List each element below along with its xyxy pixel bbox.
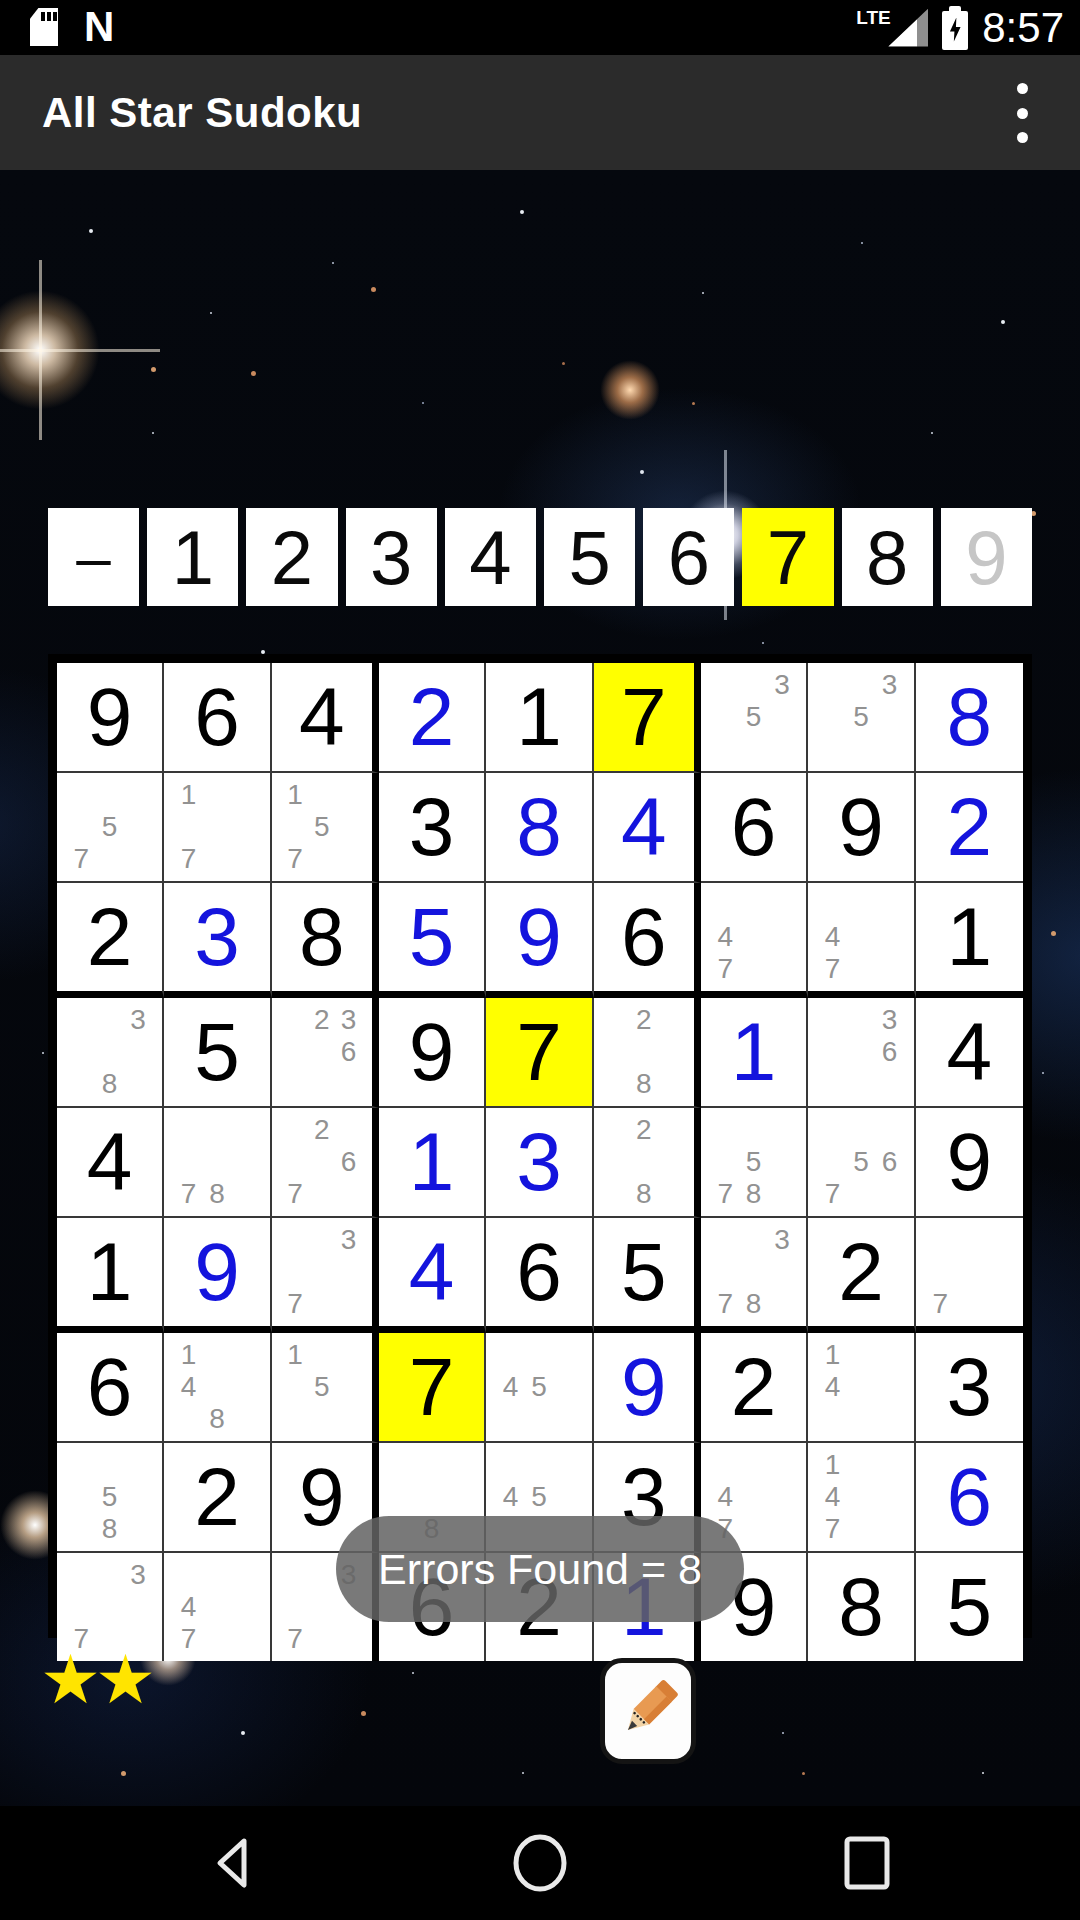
user-digit: 5 xyxy=(409,896,455,978)
given-digit: 2 xyxy=(194,1456,240,1538)
user-digit: 9 xyxy=(194,1231,240,1313)
pencil-mark: 1 xyxy=(818,1449,846,1481)
cell-r5c2[interactable]: 78 xyxy=(164,1108,271,1218)
pencil-mark: 7 xyxy=(174,843,202,875)
signal-icon: LTE xyxy=(856,7,928,49)
user-digit: 2 xyxy=(947,786,993,868)
cell-r4c5[interactable]: 7 xyxy=(486,998,593,1108)
pencil-mark: 6 xyxy=(335,1146,362,1178)
given-digit: 7 xyxy=(516,1011,562,1093)
cell-r6c8[interactable]: 2 xyxy=(808,1218,915,1333)
sudoku-board: 9642173535857171573846922385964747138523… xyxy=(48,654,1032,1638)
cell-r1c6[interactable]: 7 xyxy=(594,663,701,773)
cell-r5c9[interactable]: 9 xyxy=(916,1108,1023,1218)
cell-r1c2[interactable]: 6 xyxy=(164,663,271,773)
given-digit: 6 xyxy=(516,1231,562,1313)
cell-r3c4[interactable]: 5 xyxy=(379,883,486,998)
pencil-mode-button[interactable] xyxy=(600,1658,696,1764)
selector-erase[interactable]: – xyxy=(48,508,139,606)
cell-r7c2[interactable]: 148 xyxy=(164,1333,271,1443)
pencil-mark: 5 xyxy=(847,701,875,733)
pencil-mark: 4 xyxy=(496,1371,524,1403)
selector-digit-6[interactable]: 6 xyxy=(643,508,734,606)
user-digit: 2 xyxy=(409,676,455,758)
given-digit: 8 xyxy=(838,1566,884,1648)
selector-digit-5[interactable]: 5 xyxy=(544,508,635,606)
pencil-mark: 7 xyxy=(818,1178,846,1210)
cell-r2c5[interactable]: 8 xyxy=(486,773,593,883)
screen: N LTE 8:57 All Star Sudoku –1234 xyxy=(0,0,1080,1920)
cell-r7c4[interactable]: 7 xyxy=(379,1333,486,1443)
nougat-icon: N xyxy=(84,8,112,46)
pencil-mark: 4 xyxy=(496,1481,524,1513)
pencil-mark: 1 xyxy=(174,779,202,811)
pencil-mark: 7 xyxy=(174,1623,202,1655)
cell-r4c7[interactable]: 1 xyxy=(701,998,808,1108)
back-icon[interactable] xyxy=(208,1834,266,1892)
cell-r6c1[interactable]: 1 xyxy=(57,1218,164,1333)
given-digit: 9 xyxy=(838,786,884,868)
user-digit: 4 xyxy=(621,786,667,868)
cell-r2c8[interactable]: 9 xyxy=(808,773,915,883)
pencil-mark: 1 xyxy=(174,1339,202,1371)
status-bar-right: LTE 8:57 xyxy=(856,0,1064,55)
pencil-mark: 7 xyxy=(711,1178,739,1210)
pencil-mark: 6 xyxy=(875,1036,903,1068)
pencil-mark: 4 xyxy=(818,1481,846,1513)
pencil-mark: 3 xyxy=(124,1004,152,1036)
cell-r6c9[interactable]: 7 xyxy=(916,1218,1023,1333)
given-digit: 5 xyxy=(621,1231,667,1313)
selector-digit-9[interactable]: 9 xyxy=(941,508,1032,606)
cell-r8c1[interactable]: 58 xyxy=(57,1443,164,1553)
cell-r5c7[interactable]: 578 xyxy=(701,1108,808,1218)
selector-digit-8[interactable]: 8 xyxy=(842,508,933,606)
pencil-mark: 7 xyxy=(711,1288,739,1320)
cell-r3c9[interactable]: 1 xyxy=(916,883,1023,998)
pencil-mark: 7 xyxy=(282,1178,309,1210)
cell-r4c8[interactable]: 36 xyxy=(808,998,915,1108)
pencil-mark: 4 xyxy=(818,1371,846,1403)
clock: 8:57 xyxy=(982,4,1064,52)
network-type-label: LTE xyxy=(856,7,890,29)
toast-message: Errors Found = 8 xyxy=(336,1516,744,1622)
pencil-mark: 5 xyxy=(739,1146,767,1178)
given-digit: 2 xyxy=(87,896,133,978)
pencil-mark: 7 xyxy=(282,1288,309,1320)
cell-r1c1[interactable]: 9 xyxy=(57,663,164,773)
cell-r4c3[interactable]: 236 xyxy=(272,998,379,1108)
pencil-mark: 5 xyxy=(95,811,123,843)
user-digit: 3 xyxy=(516,1121,562,1203)
selector-digit-3[interactable]: 3 xyxy=(346,508,437,606)
selector-digit-7[interactable]: 7 xyxy=(742,508,833,606)
status-bar-left: N xyxy=(30,8,112,46)
pencil-mark: 7 xyxy=(282,843,309,875)
cell-r5c3[interactable]: 267 xyxy=(272,1108,379,1218)
pencil-mark: 3 xyxy=(335,1224,362,1256)
android-nav-bar xyxy=(0,1806,1080,1920)
recents-icon[interactable] xyxy=(838,1834,896,1892)
pencil-mark: 3 xyxy=(768,1224,796,1256)
cell-r7c9[interactable]: 3 xyxy=(916,1333,1023,1443)
pencil-mark: 5 xyxy=(308,1371,335,1403)
pencil-mark: 8 xyxy=(739,1178,767,1210)
cell-r7c6[interactable]: 9 xyxy=(594,1333,701,1443)
given-digit: 6 xyxy=(621,896,667,978)
given-digit: 9 xyxy=(409,1011,455,1093)
pencil-mark: 1 xyxy=(282,779,309,811)
pencil-mark: 7 xyxy=(282,1623,309,1655)
cell-r8c8[interactable]: 147 xyxy=(808,1443,915,1553)
cell-r6c2[interactable]: 9 xyxy=(164,1218,271,1333)
user-digit: 9 xyxy=(621,1346,667,1428)
given-digit: 2 xyxy=(838,1231,884,1313)
given-digit: 3 xyxy=(409,786,455,868)
pencil-mark: 6 xyxy=(875,1146,903,1178)
cell-r1c9[interactable]: 8 xyxy=(916,663,1023,773)
user-digit: 8 xyxy=(516,786,562,868)
cell-r9c2[interactable]: 47 xyxy=(164,1553,271,1661)
bright-star xyxy=(600,360,660,420)
cell-r4c9[interactable]: 4 xyxy=(916,998,1023,1108)
given-digit: 4 xyxy=(947,1011,993,1093)
pencil-mark: 3 xyxy=(335,1004,362,1036)
home-icon[interactable] xyxy=(508,1834,572,1892)
cell-r3c2[interactable]: 3 xyxy=(164,883,271,998)
user-digit: 8 xyxy=(947,676,993,758)
cell-r6c4[interactable]: 4 xyxy=(379,1218,486,1333)
given-digit: 8 xyxy=(299,896,345,978)
cell-r5c1[interactable]: 4 xyxy=(57,1108,164,1218)
star-rating: ★★ xyxy=(40,1640,150,1719)
page-title: All Star Sudoku xyxy=(42,55,362,170)
given-digit: 7 xyxy=(621,676,667,758)
pencil-mark: 8 xyxy=(739,1288,767,1320)
pencil-mark: 1 xyxy=(818,1339,846,1371)
pencil-mark: 4 xyxy=(174,1371,202,1403)
cell-r1c5[interactable]: 1 xyxy=(486,663,593,773)
pencil-mark: 3 xyxy=(768,669,796,701)
overflow-menu-icon[interactable] xyxy=(1008,83,1036,143)
pencil-mark: 2 xyxy=(308,1114,335,1146)
pencil-mark: 3 xyxy=(875,669,903,701)
given-digit: 3 xyxy=(947,1346,993,1428)
user-digit: 3 xyxy=(194,896,240,978)
cell-r3c1[interactable]: 2 xyxy=(57,883,164,998)
sd-card-icon xyxy=(30,8,58,46)
cell-r2c4[interactable]: 3 xyxy=(379,773,486,883)
cell-r7c3[interactable]: 15 xyxy=(272,1333,379,1443)
cell-r3c7[interactable]: 47 xyxy=(701,883,808,998)
pencil-mark: 4 xyxy=(711,1481,739,1513)
cell-r5c4[interactable]: 1 xyxy=(379,1108,486,1218)
given-digit: 4 xyxy=(87,1121,133,1203)
cell-r7c8[interactable]: 14 xyxy=(808,1333,915,1443)
pencil-mark: 7 xyxy=(67,843,95,875)
pencil-mark: 6 xyxy=(335,1036,362,1068)
given-digit: 4 xyxy=(299,676,345,758)
pencil-mark: 5 xyxy=(95,1481,123,1513)
pencil-mark: 2 xyxy=(308,1004,335,1036)
given-digit: 5 xyxy=(947,1566,993,1648)
pencil-mark: 8 xyxy=(630,1178,657,1210)
cell-r5c8[interactable]: 567 xyxy=(808,1108,915,1218)
user-digit: 9 xyxy=(516,896,562,978)
cell-r4c1[interactable]: 38 xyxy=(57,998,164,1108)
given-digit: 7 xyxy=(409,1346,455,1428)
cell-r6c7[interactable]: 378 xyxy=(701,1218,808,1333)
user-digit: 4 xyxy=(409,1231,455,1313)
selector-digit-2[interactable]: 2 xyxy=(246,508,337,606)
given-digit: 9 xyxy=(947,1121,993,1203)
pencil-mark: 4 xyxy=(818,921,846,953)
cell-r4c2[interactable]: 5 xyxy=(164,998,271,1108)
pencil-mark: 8 xyxy=(95,1513,123,1545)
pencil-mark: 7 xyxy=(818,953,846,985)
pencil-mark: 4 xyxy=(174,1591,202,1623)
pencil-mark: 2 xyxy=(630,1114,657,1146)
given-digit: 1 xyxy=(947,896,993,978)
cell-r6c5[interactable]: 6 xyxy=(486,1218,593,1333)
given-digit: 9 xyxy=(299,1456,345,1538)
cell-r2c1[interactable]: 57 xyxy=(57,773,164,883)
pencil-mark: 7 xyxy=(926,1288,955,1320)
pencil-mark: 5 xyxy=(308,811,335,843)
app-bar: All Star Sudoku xyxy=(0,55,1080,170)
given-digit: 2 xyxy=(731,1346,777,1428)
user-digit: 1 xyxy=(731,1011,777,1093)
pencil-mark: 7 xyxy=(818,1513,846,1545)
pencil-mark: 3 xyxy=(124,1559,152,1591)
cell-r9c9[interactable]: 5 xyxy=(916,1553,1023,1661)
pencil-mark: 7 xyxy=(711,953,739,985)
cell-r6c3[interactable]: 37 xyxy=(272,1218,379,1333)
cell-r6c6[interactable]: 5 xyxy=(594,1218,701,1333)
digit-selector: –123456789 xyxy=(48,508,1032,606)
pencil-mark: 5 xyxy=(847,1146,875,1178)
cell-r7c5[interactable]: 45 xyxy=(486,1333,593,1443)
given-digit: 6 xyxy=(731,786,777,868)
cell-r3c3[interactable]: 8 xyxy=(272,883,379,998)
cell-r8c9[interactable]: 6 xyxy=(916,1443,1023,1553)
pencil-mark: 8 xyxy=(630,1068,657,1100)
pencil-icon xyxy=(613,1672,683,1750)
cell-r2c7[interactable]: 6 xyxy=(701,773,808,883)
cell-r4c4[interactable]: 9 xyxy=(379,998,486,1108)
cell-r7c1[interactable]: 6 xyxy=(57,1333,164,1443)
selector-digit-1[interactable]: 1 xyxy=(147,508,238,606)
given-digit: 6 xyxy=(194,676,240,758)
cell-r1c7[interactable]: 35 xyxy=(701,663,808,773)
cell-r7c7[interactable]: 2 xyxy=(701,1333,808,1443)
pencil-mark: 5 xyxy=(739,701,767,733)
star-dots-orange xyxy=(0,170,3,173)
cell-r4c6[interactable]: 28 xyxy=(594,998,701,1108)
pencil-mark: 5 xyxy=(525,1371,553,1403)
cell-r2c3[interactable]: 157 xyxy=(272,773,379,883)
cell-r9c8[interactable]: 8 xyxy=(808,1553,915,1661)
cell-r2c6[interactable]: 4 xyxy=(594,773,701,883)
cell-r1c3[interactable]: 4 xyxy=(272,663,379,773)
pencil-mark: 8 xyxy=(203,1178,231,1210)
pencil-mark: 8 xyxy=(203,1403,231,1435)
pencil-mark: 3 xyxy=(875,1004,903,1036)
given-digit: 1 xyxy=(87,1231,133,1313)
given-digit: 9 xyxy=(87,676,133,758)
pencil-mark: 7 xyxy=(174,1178,202,1210)
bright-star xyxy=(0,290,100,410)
pencil-mark: 4 xyxy=(711,921,739,953)
cell-r2c2[interactable]: 17 xyxy=(164,773,271,883)
cell-r3c8[interactable]: 47 xyxy=(808,883,915,998)
user-digit: 6 xyxy=(947,1456,993,1538)
selector-digit-4[interactable]: 4 xyxy=(445,508,536,606)
cell-r1c4[interactable]: 2 xyxy=(379,663,486,773)
pencil-mark: 1 xyxy=(282,1339,309,1371)
user-digit: 1 xyxy=(409,1121,455,1203)
status-bar: N LTE 8:57 xyxy=(0,0,1080,55)
given-digit: 6 xyxy=(87,1346,133,1428)
given-digit: 1 xyxy=(516,676,562,758)
cell-r5c6[interactable]: 28 xyxy=(594,1108,701,1218)
pencil-mark: 2 xyxy=(630,1004,657,1036)
battery-charging-icon xyxy=(942,6,968,50)
pencil-mark: 5 xyxy=(525,1481,553,1513)
pencil-mark: 8 xyxy=(95,1068,123,1100)
given-digit: 5 xyxy=(194,1011,240,1093)
cell-r3c5[interactable]: 9 xyxy=(486,883,593,998)
cell-r5c5[interactable]: 3 xyxy=(486,1108,593,1218)
cell-r3c6[interactable]: 6 xyxy=(594,883,701,998)
cell-r2c9[interactable]: 2 xyxy=(916,773,1023,883)
cell-r1c8[interactable]: 35 xyxy=(808,663,915,773)
cell-r8c2[interactable]: 2 xyxy=(164,1443,271,1553)
